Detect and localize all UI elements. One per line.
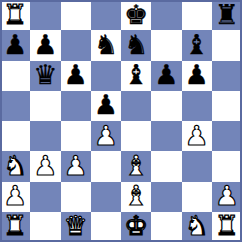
black-pawn-g6[interactable]: ♟ <box>185 61 209 88</box>
square-d5[interactable]: ♟ <box>91 91 121 121</box>
square-a8[interactable]: ♜ <box>0 0 30 30</box>
square-a4[interactable] <box>0 121 30 151</box>
white-rook-a8[interactable]: ♜ <box>3 1 27 28</box>
square-h4[interactable] <box>212 121 242 151</box>
square-g3[interactable] <box>182 151 212 181</box>
square-h7[interactable] <box>212 30 242 60</box>
square-f5[interactable] <box>151 91 181 121</box>
white-pawn-c3[interactable]: ♟ <box>64 152 88 179</box>
square-d4[interactable]: ♟ <box>91 121 121 151</box>
black-pawn-d5[interactable]: ♟ <box>94 91 118 118</box>
square-f7[interactable] <box>151 30 181 60</box>
square-c5[interactable] <box>61 91 91 121</box>
black-pawn-c6[interactable]: ♟ <box>64 61 88 88</box>
square-f2[interactable] <box>151 182 181 212</box>
square-a3[interactable]: ♞ <box>0 151 30 181</box>
square-g6[interactable]: ♟ <box>182 61 212 91</box>
square-e8[interactable]: ♚ <box>121 0 151 30</box>
square-g8[interactable] <box>182 0 212 30</box>
square-e4[interactable] <box>121 121 151 151</box>
black-pawn-b7[interactable]: ♟ <box>33 31 57 58</box>
square-c8[interactable] <box>61 0 91 30</box>
square-c4[interactable] <box>61 121 91 151</box>
square-b6[interactable]: ♛ <box>30 61 60 91</box>
square-a6[interactable] <box>0 61 30 91</box>
square-b3[interactable]: ♟ <box>30 151 60 181</box>
white-queen-c1[interactable]: ♛ <box>64 212 88 239</box>
white-rook-h1[interactable]: ♜ <box>215 212 239 239</box>
square-d7[interactable]: ♞ <box>91 30 121 60</box>
square-h6[interactable] <box>212 61 242 91</box>
black-king-e8[interactable]: ♚ <box>124 1 148 28</box>
square-c3[interactable]: ♟ <box>61 151 91 181</box>
square-f3[interactable] <box>151 151 181 181</box>
black-knight-e7[interactable]: ♞ <box>124 31 148 58</box>
white-bishop-e3[interactable]: ♝ <box>124 152 148 179</box>
black-bishop-e6[interactable]: ♝ <box>124 61 148 88</box>
square-g4[interactable]: ♟ <box>182 121 212 151</box>
square-d2[interactable] <box>91 182 121 212</box>
white-knight-g1[interactable]: ♞ <box>185 212 209 239</box>
square-f6[interactable]: ♟ <box>151 61 181 91</box>
square-e7[interactable]: ♞ <box>121 30 151 60</box>
square-h8[interactable]: ♜ <box>212 0 242 30</box>
black-bishop-g7[interactable]: ♝ <box>185 31 209 58</box>
square-e1[interactable]: ♚ <box>121 212 151 242</box>
square-h3[interactable] <box>212 151 242 181</box>
square-d1[interactable] <box>91 212 121 242</box>
square-c2[interactable] <box>61 182 91 212</box>
square-d3[interactable] <box>91 151 121 181</box>
white-knight-a3[interactable]: ♞ <box>3 152 27 179</box>
square-e2[interactable]: ♝ <box>121 182 151 212</box>
square-a1[interactable]: ♜ <box>0 212 30 242</box>
black-rook-h8[interactable]: ♜ <box>215 1 239 28</box>
white-rook-a1[interactable]: ♜ <box>3 212 27 239</box>
square-a2[interactable]: ♟ <box>0 182 30 212</box>
square-e6[interactable]: ♝ <box>121 61 151 91</box>
white-pawn-a2[interactable]: ♟ <box>3 182 27 209</box>
square-c1[interactable]: ♛ <box>61 212 91 242</box>
chess-board-container: ♜♚♜♟♟♞♞♝♛♟♝♟♟♟♟♟♞♟♟♝♟♝♟♜♛♚♞♜ <box>0 0 242 242</box>
square-b1[interactable] <box>30 212 60 242</box>
white-bishop-e2[interactable]: ♝ <box>124 182 148 209</box>
white-pawn-g4[interactable]: ♟ <box>185 122 209 149</box>
black-pawn-a7[interactable]: ♟ <box>3 31 27 58</box>
black-pawn-f6[interactable]: ♟ <box>154 61 178 88</box>
square-c6[interactable]: ♟ <box>61 61 91 91</box>
square-g5[interactable] <box>182 91 212 121</box>
square-h2[interactable]: ♟ <box>212 182 242 212</box>
square-f1[interactable] <box>151 212 181 242</box>
square-d8[interactable] <box>91 0 121 30</box>
square-b2[interactable] <box>30 182 60 212</box>
square-h5[interactable] <box>212 91 242 121</box>
square-e3[interactable]: ♝ <box>121 151 151 181</box>
square-f8[interactable] <box>151 0 181 30</box>
square-g1[interactable]: ♞ <box>182 212 212 242</box>
square-b4[interactable] <box>30 121 60 151</box>
white-king-e1[interactable]: ♚ <box>124 212 148 239</box>
white-pawn-d4[interactable]: ♟ <box>94 122 118 149</box>
square-c7[interactable] <box>61 30 91 60</box>
square-b8[interactable] <box>30 0 60 30</box>
square-a5[interactable] <box>0 91 30 121</box>
black-queen-b6[interactable]: ♛ <box>33 61 57 88</box>
chess-board: ♜♚♜♟♟♞♞♝♛♟♝♟♟♟♟♟♞♟♟♝♟♝♟♜♛♚♞♜ <box>0 0 242 242</box>
square-g2[interactable] <box>182 182 212 212</box>
square-e5[interactable] <box>121 91 151 121</box>
white-pawn-h2[interactable]: ♟ <box>215 182 239 209</box>
black-knight-d7[interactable]: ♞ <box>94 31 118 58</box>
square-d6[interactable] <box>91 61 121 91</box>
square-h1[interactable]: ♜ <box>212 212 242 242</box>
square-b5[interactable] <box>30 91 60 121</box>
white-pawn-b3[interactable]: ♟ <box>33 152 57 179</box>
square-f4[interactable] <box>151 121 181 151</box>
square-a7[interactable]: ♟ <box>0 30 30 60</box>
square-g7[interactable]: ♝ <box>182 30 212 60</box>
square-b7[interactable]: ♟ <box>30 30 60 60</box>
